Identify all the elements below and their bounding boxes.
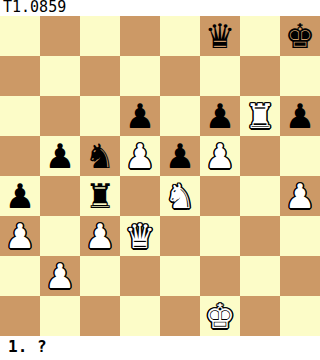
square-g7[interactable]	[240, 56, 280, 96]
puzzle-id: T1.0859	[0, 0, 320, 16]
square-c6[interactable]	[80, 96, 120, 136]
square-e5[interactable]: ♟	[160, 136, 200, 176]
square-f1[interactable]: ♚	[200, 296, 240, 336]
square-b2[interactable]: ♟	[40, 256, 80, 296]
square-b3[interactable]	[40, 216, 80, 256]
square-c5[interactable]: ♞	[80, 136, 120, 176]
square-d2[interactable]	[120, 256, 160, 296]
square-e3[interactable]	[160, 216, 200, 256]
piece-black-p-e5[interactable]: ♟	[160, 136, 200, 176]
square-e2[interactable]	[160, 256, 200, 296]
piece-black-r-c4[interactable]: ♜	[80, 176, 120, 216]
square-d5[interactable]: ♟	[120, 136, 160, 176]
square-h4[interactable]: ♟	[280, 176, 320, 216]
square-b5[interactable]: ♟	[40, 136, 80, 176]
square-d1[interactable]	[120, 296, 160, 336]
square-h3[interactable]	[280, 216, 320, 256]
square-g5[interactable]	[240, 136, 280, 176]
square-h6[interactable]: ♟	[280, 96, 320, 136]
square-f2[interactable]	[200, 256, 240, 296]
square-e6[interactable]	[160, 96, 200, 136]
piece-black-p-a4[interactable]: ♟	[0, 176, 40, 216]
square-a5[interactable]	[0, 136, 40, 176]
square-c1[interactable]	[80, 296, 120, 336]
square-d4[interactable]	[120, 176, 160, 216]
square-g8[interactable]	[240, 16, 280, 56]
square-h2[interactable]	[280, 256, 320, 296]
square-b4[interactable]	[40, 176, 80, 216]
piece-black-p-b5[interactable]: ♟	[40, 136, 80, 176]
square-d7[interactable]	[120, 56, 160, 96]
square-f6[interactable]: ♟	[200, 96, 240, 136]
square-h5[interactable]	[280, 136, 320, 176]
square-h1[interactable]	[280, 296, 320, 336]
square-g3[interactable]	[240, 216, 280, 256]
square-d6[interactable]: ♟	[120, 96, 160, 136]
piece-white-n-e4[interactable]: ♞	[160, 176, 200, 216]
square-f5[interactable]: ♟	[200, 136, 240, 176]
piece-black-p-d6[interactable]: ♟	[120, 96, 160, 136]
piece-black-q-f8[interactable]: ♛	[200, 16, 240, 56]
piece-white-p-b2[interactable]: ♟	[40, 256, 80, 296]
piece-white-k-f1[interactable]: ♚	[200, 296, 240, 336]
square-g2[interactable]	[240, 256, 280, 296]
square-a7[interactable]	[0, 56, 40, 96]
piece-white-p-d5[interactable]: ♟	[120, 136, 160, 176]
square-f8[interactable]: ♛	[200, 16, 240, 56]
square-f7[interactable]	[200, 56, 240, 96]
square-b6[interactable]	[40, 96, 80, 136]
piece-black-p-f6[interactable]: ♟	[200, 96, 240, 136]
square-c2[interactable]	[80, 256, 120, 296]
piece-white-p-c3[interactable]: ♟	[80, 216, 120, 256]
piece-black-p-h6[interactable]: ♟	[280, 96, 320, 136]
square-c3[interactable]: ♟	[80, 216, 120, 256]
square-b1[interactable]	[40, 296, 80, 336]
square-b7[interactable]	[40, 56, 80, 96]
square-f3[interactable]	[200, 216, 240, 256]
piece-white-r-g6[interactable]: ♜	[240, 96, 280, 136]
chess-board: ♛♚♟♟♜♟♟♞♟♟♟♟♜♞♟♟♟♛♟♚	[0, 16, 320, 336]
square-a4[interactable]: ♟	[0, 176, 40, 216]
piece-white-p-h4[interactable]: ♟	[280, 176, 320, 216]
square-f4[interactable]	[200, 176, 240, 216]
square-h7[interactable]	[280, 56, 320, 96]
piece-black-k-h8[interactable]: ♚	[280, 16, 320, 56]
square-a3[interactable]: ♟	[0, 216, 40, 256]
square-c4[interactable]: ♜	[80, 176, 120, 216]
square-e7[interactable]	[160, 56, 200, 96]
square-g4[interactable]	[240, 176, 280, 216]
square-e8[interactable]	[160, 16, 200, 56]
square-e4[interactable]: ♞	[160, 176, 200, 216]
square-g1[interactable]	[240, 296, 280, 336]
square-g6[interactable]: ♜	[240, 96, 280, 136]
square-d3[interactable]: ♛	[120, 216, 160, 256]
square-a6[interactable]	[0, 96, 40, 136]
square-c8[interactable]	[80, 16, 120, 56]
square-e1[interactable]	[160, 296, 200, 336]
square-h8[interactable]: ♚	[280, 16, 320, 56]
piece-white-q-d3[interactable]: ♛	[120, 216, 160, 256]
piece-black-n-c5[interactable]: ♞	[80, 136, 120, 176]
piece-white-p-f5[interactable]: ♟	[200, 136, 240, 176]
square-b8[interactable]	[40, 16, 80, 56]
square-a1[interactable]	[0, 296, 40, 336]
square-a2[interactable]	[0, 256, 40, 296]
square-a8[interactable]	[0, 16, 40, 56]
square-d8[interactable]	[120, 16, 160, 56]
square-c7[interactable]	[80, 56, 120, 96]
move-prompt: 1. ?	[0, 336, 320, 360]
piece-white-p-a3[interactable]: ♟	[0, 216, 40, 256]
